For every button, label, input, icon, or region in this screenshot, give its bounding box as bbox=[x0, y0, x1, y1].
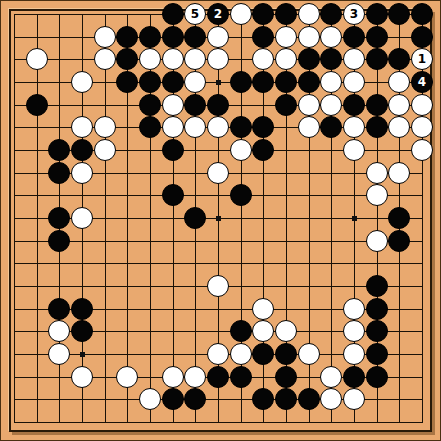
stone-black bbox=[71, 139, 93, 161]
star-point bbox=[80, 352, 85, 357]
stone-white bbox=[207, 48, 229, 70]
stone-black bbox=[343, 366, 365, 388]
stone-black bbox=[275, 366, 297, 388]
stone-black bbox=[184, 207, 206, 229]
grid-line-horizontal bbox=[14, 241, 423, 242]
stone-black bbox=[162, 3, 184, 25]
stone-black bbox=[366, 48, 388, 70]
stone-white bbox=[298, 3, 320, 25]
stone-white bbox=[207, 162, 229, 184]
stone-white bbox=[298, 116, 320, 138]
stone-white bbox=[48, 343, 70, 365]
stone-white bbox=[162, 48, 184, 70]
stone-black bbox=[71, 298, 93, 320]
stone-white bbox=[320, 388, 342, 410]
stone-black bbox=[48, 207, 70, 229]
stone-black bbox=[343, 94, 365, 116]
stone-white bbox=[275, 320, 297, 342]
stone-white bbox=[275, 48, 297, 70]
stone-white bbox=[320, 366, 342, 388]
stone-black bbox=[366, 275, 388, 297]
stone-white bbox=[298, 343, 320, 365]
stone-white bbox=[139, 48, 161, 70]
stone-white bbox=[343, 320, 365, 342]
stone-white bbox=[207, 275, 229, 297]
stone-white bbox=[94, 116, 116, 138]
stone-white bbox=[116, 366, 138, 388]
stone-black bbox=[139, 116, 161, 138]
stone-white bbox=[388, 162, 410, 184]
stone-white bbox=[207, 343, 229, 365]
stone-black bbox=[116, 71, 138, 93]
stone-white bbox=[162, 94, 184, 116]
stone-black bbox=[388, 207, 410, 229]
stone-black bbox=[366, 3, 388, 25]
stone-black bbox=[388, 3, 410, 25]
stone-black bbox=[252, 71, 274, 93]
stone-white bbox=[139, 388, 161, 410]
stone-white bbox=[230, 343, 252, 365]
stone-white bbox=[94, 26, 116, 48]
stone-black bbox=[230, 71, 252, 93]
stone-black bbox=[252, 116, 274, 138]
stone-black bbox=[366, 298, 388, 320]
stone-black bbox=[298, 48, 320, 70]
stone-white bbox=[388, 94, 410, 116]
stone-black bbox=[275, 71, 297, 93]
stone-white bbox=[207, 26, 229, 48]
stone-white bbox=[298, 94, 320, 116]
stone-black-move-2: 2 bbox=[207, 3, 229, 25]
stone-white bbox=[388, 116, 410, 138]
stone-white bbox=[388, 71, 410, 93]
stone-black bbox=[139, 26, 161, 48]
stone-white bbox=[230, 139, 252, 161]
stone-white bbox=[411, 139, 433, 161]
stone-black bbox=[48, 230, 70, 252]
stone-white bbox=[162, 116, 184, 138]
stone-black bbox=[230, 184, 252, 206]
stone-white bbox=[252, 320, 274, 342]
stone-black bbox=[275, 3, 297, 25]
stone-white bbox=[71, 71, 93, 93]
stone-black bbox=[366, 366, 388, 388]
stone-black bbox=[162, 71, 184, 93]
stone-white-move-1: 1 bbox=[411, 48, 433, 70]
stone-white bbox=[320, 26, 342, 48]
stone-black bbox=[48, 162, 70, 184]
stone-white bbox=[252, 48, 274, 70]
star-point bbox=[352, 216, 357, 221]
stone-white bbox=[298, 26, 320, 48]
stone-black bbox=[252, 3, 274, 25]
stone-black bbox=[343, 26, 365, 48]
stone-white bbox=[94, 139, 116, 161]
stone-white bbox=[411, 94, 433, 116]
stone-black bbox=[411, 26, 433, 48]
star-point bbox=[216, 80, 221, 85]
stone-black bbox=[388, 230, 410, 252]
stone-white bbox=[343, 116, 365, 138]
star-point bbox=[216, 216, 221, 221]
stone-black bbox=[139, 71, 161, 93]
grid-line-horizontal bbox=[14, 422, 423, 423]
stone-white bbox=[320, 71, 342, 93]
stone-white bbox=[184, 366, 206, 388]
stone-black bbox=[184, 94, 206, 116]
stone-white bbox=[184, 48, 206, 70]
stone-white bbox=[343, 343, 365, 365]
stone-black bbox=[252, 139, 274, 161]
stone-black bbox=[275, 94, 297, 116]
stone-white bbox=[320, 94, 342, 116]
stone-white bbox=[366, 184, 388, 206]
stone-black bbox=[366, 116, 388, 138]
stone-white-move-5: 5 bbox=[184, 3, 206, 25]
stone-white bbox=[207, 116, 229, 138]
stone-black bbox=[116, 48, 138, 70]
stone-white bbox=[366, 230, 388, 252]
stone-black bbox=[207, 94, 229, 116]
stone-white bbox=[71, 207, 93, 229]
stone-black bbox=[411, 3, 433, 25]
stone-black bbox=[366, 320, 388, 342]
stone-white bbox=[94, 48, 116, 70]
stone-black bbox=[366, 94, 388, 116]
stone-white bbox=[71, 162, 93, 184]
stone-white bbox=[343, 48, 365, 70]
stone-black bbox=[320, 116, 342, 138]
stone-white bbox=[184, 71, 206, 93]
stone-black bbox=[162, 139, 184, 161]
stone-white-move-3: 3 bbox=[343, 3, 365, 25]
stone-white bbox=[343, 298, 365, 320]
stone-black bbox=[320, 3, 342, 25]
stone-white bbox=[184, 116, 206, 138]
stone-black bbox=[252, 388, 274, 410]
stone-white bbox=[275, 26, 297, 48]
stone-white bbox=[71, 116, 93, 138]
stone-black bbox=[230, 366, 252, 388]
stone-black bbox=[230, 320, 252, 342]
stone-white bbox=[162, 366, 184, 388]
stone-black bbox=[162, 388, 184, 410]
stone-black bbox=[366, 343, 388, 365]
stone-black bbox=[184, 26, 206, 48]
stone-black bbox=[320, 48, 342, 70]
stone-white bbox=[343, 139, 365, 161]
stone-white bbox=[411, 116, 433, 138]
stone-black bbox=[26, 94, 48, 116]
stone-white bbox=[366, 162, 388, 184]
stone-black bbox=[48, 298, 70, 320]
stone-black bbox=[207, 366, 229, 388]
stone-white bbox=[343, 388, 365, 410]
stone-black bbox=[116, 26, 138, 48]
stone-black bbox=[48, 139, 70, 161]
stone-white bbox=[230, 3, 252, 25]
stone-black bbox=[298, 388, 320, 410]
stone-black bbox=[252, 343, 274, 365]
stone-black bbox=[230, 116, 252, 138]
go-board: 52314 bbox=[0, 0, 441, 441]
stone-black bbox=[184, 388, 206, 410]
stone-black bbox=[139, 94, 161, 116]
stone-white bbox=[26, 48, 48, 70]
stone-white bbox=[252, 298, 274, 320]
stone-black bbox=[162, 26, 184, 48]
stone-black bbox=[71, 320, 93, 342]
stone-black bbox=[366, 26, 388, 48]
stone-white bbox=[71, 366, 93, 388]
stone-black bbox=[252, 26, 274, 48]
stone-black bbox=[162, 184, 184, 206]
stone-white bbox=[343, 71, 365, 93]
grid-line-horizontal bbox=[14, 263, 423, 264]
stone-black bbox=[298, 71, 320, 93]
stone-black bbox=[275, 388, 297, 410]
stone-black-move-4: 4 bbox=[411, 71, 433, 93]
stone-white bbox=[48, 320, 70, 342]
stone-black bbox=[275, 343, 297, 365]
stone-black bbox=[388, 48, 410, 70]
